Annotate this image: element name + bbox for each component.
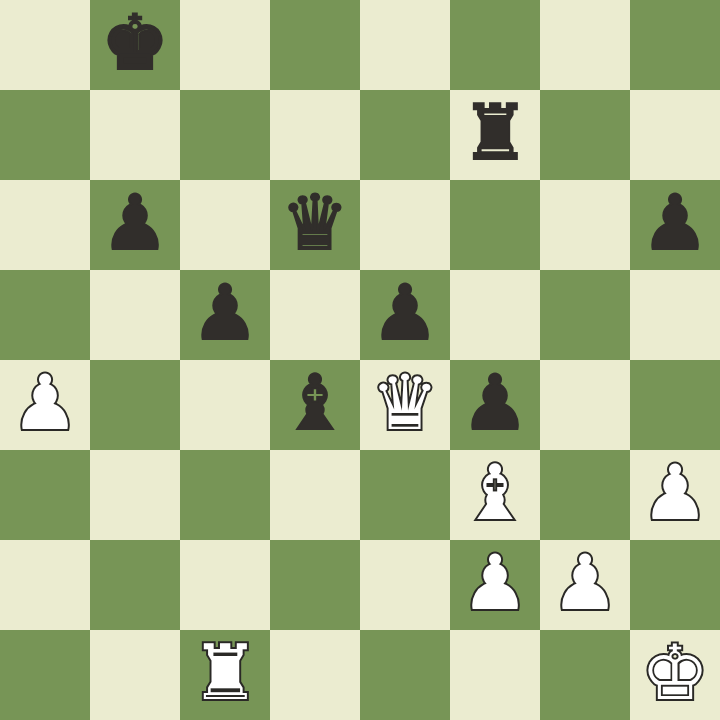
square-f3[interactable]: ♝ (450, 450, 540, 540)
square-d4[interactable]: ♝ (270, 360, 360, 450)
square-b8[interactable]: ♚ (90, 0, 180, 90)
square-c2[interactable] (180, 540, 270, 630)
square-d7[interactable] (270, 90, 360, 180)
piece-white-pawn[interactable]: ♟ (641, 448, 709, 538)
square-e5[interactable]: ♟ (360, 270, 450, 360)
square-c3[interactable] (180, 450, 270, 540)
square-b4[interactable] (90, 360, 180, 450)
square-h6[interactable]: ♟ (630, 180, 720, 270)
piece-white-pawn[interactable]: ♟ (461, 538, 529, 628)
square-a7[interactable] (0, 90, 90, 180)
piece-black-pawn[interactable]: ♟ (191, 268, 259, 358)
square-e7[interactable] (360, 90, 450, 180)
piece-black-pawn[interactable]: ♟ (641, 178, 709, 268)
square-b1[interactable] (90, 630, 180, 720)
square-h4[interactable] (630, 360, 720, 450)
square-h1[interactable]: ♚ (630, 630, 720, 720)
piece-black-pawn[interactable]: ♟ (461, 358, 529, 448)
square-d6[interactable]: ♛ (270, 180, 360, 270)
piece-white-pawn[interactable]: ♟ (551, 538, 619, 628)
square-g1[interactable] (540, 630, 630, 720)
piece-white-rook[interactable]: ♜ (191, 628, 259, 718)
square-g3[interactable] (540, 450, 630, 540)
square-c1[interactable]: ♜ (180, 630, 270, 720)
square-a2[interactable] (0, 540, 90, 630)
square-f5[interactable] (450, 270, 540, 360)
square-h3[interactable]: ♟ (630, 450, 720, 540)
square-h5[interactable] (630, 270, 720, 360)
square-e1[interactable] (360, 630, 450, 720)
square-g6[interactable] (540, 180, 630, 270)
square-f7[interactable]: ♜ (450, 90, 540, 180)
square-g2[interactable]: ♟ (540, 540, 630, 630)
square-a5[interactable] (0, 270, 90, 360)
square-e8[interactable] (360, 0, 450, 90)
square-g4[interactable] (540, 360, 630, 450)
square-a4[interactable]: ♟ (0, 360, 90, 450)
piece-black-queen[interactable]: ♛ (281, 178, 349, 268)
square-a3[interactable] (0, 450, 90, 540)
piece-white-queen[interactable]: ♛ (371, 358, 439, 448)
square-h2[interactable] (630, 540, 720, 630)
square-c8[interactable] (180, 0, 270, 90)
square-c4[interactable] (180, 360, 270, 450)
square-d8[interactable] (270, 0, 360, 90)
square-d3[interactable] (270, 450, 360, 540)
piece-white-bishop[interactable]: ♝ (461, 448, 529, 538)
square-e4[interactable]: ♛ (360, 360, 450, 450)
square-f6[interactable] (450, 180, 540, 270)
square-c7[interactable] (180, 90, 270, 180)
square-b5[interactable] (90, 270, 180, 360)
piece-black-pawn[interactable]: ♟ (101, 178, 169, 268)
square-a6[interactable] (0, 180, 90, 270)
square-h7[interactable] (630, 90, 720, 180)
square-g5[interactable] (540, 270, 630, 360)
square-c5[interactable]: ♟ (180, 270, 270, 360)
square-f2[interactable]: ♟ (450, 540, 540, 630)
piece-white-king[interactable]: ♚ (641, 628, 709, 718)
square-f1[interactable] (450, 630, 540, 720)
piece-white-pawn[interactable]: ♟ (11, 358, 79, 448)
square-f4[interactable]: ♟ (450, 360, 540, 450)
square-g7[interactable] (540, 90, 630, 180)
square-h8[interactable] (630, 0, 720, 90)
square-g8[interactable] (540, 0, 630, 90)
chess-board: ♚♜♟♛♟♟♟♟♝♛♟♝♟♟♟♜♚ (0, 0, 720, 720)
square-a1[interactable] (0, 630, 90, 720)
square-e3[interactable] (360, 450, 450, 540)
square-d1[interactable] (270, 630, 360, 720)
square-b2[interactable] (90, 540, 180, 630)
square-e2[interactable] (360, 540, 450, 630)
square-b3[interactable] (90, 450, 180, 540)
square-b6[interactable]: ♟ (90, 180, 180, 270)
square-f8[interactable] (450, 0, 540, 90)
square-a8[interactable] (0, 0, 90, 90)
square-d2[interactable] (270, 540, 360, 630)
square-c6[interactable] (180, 180, 270, 270)
square-b7[interactable] (90, 90, 180, 180)
piece-black-king[interactable]: ♚ (101, 0, 169, 88)
piece-black-pawn[interactable]: ♟ (371, 268, 439, 358)
piece-black-bishop[interactable]: ♝ (281, 358, 349, 448)
piece-black-rook[interactable]: ♜ (461, 88, 529, 178)
square-e6[interactable] (360, 180, 450, 270)
square-d5[interactable] (270, 270, 360, 360)
